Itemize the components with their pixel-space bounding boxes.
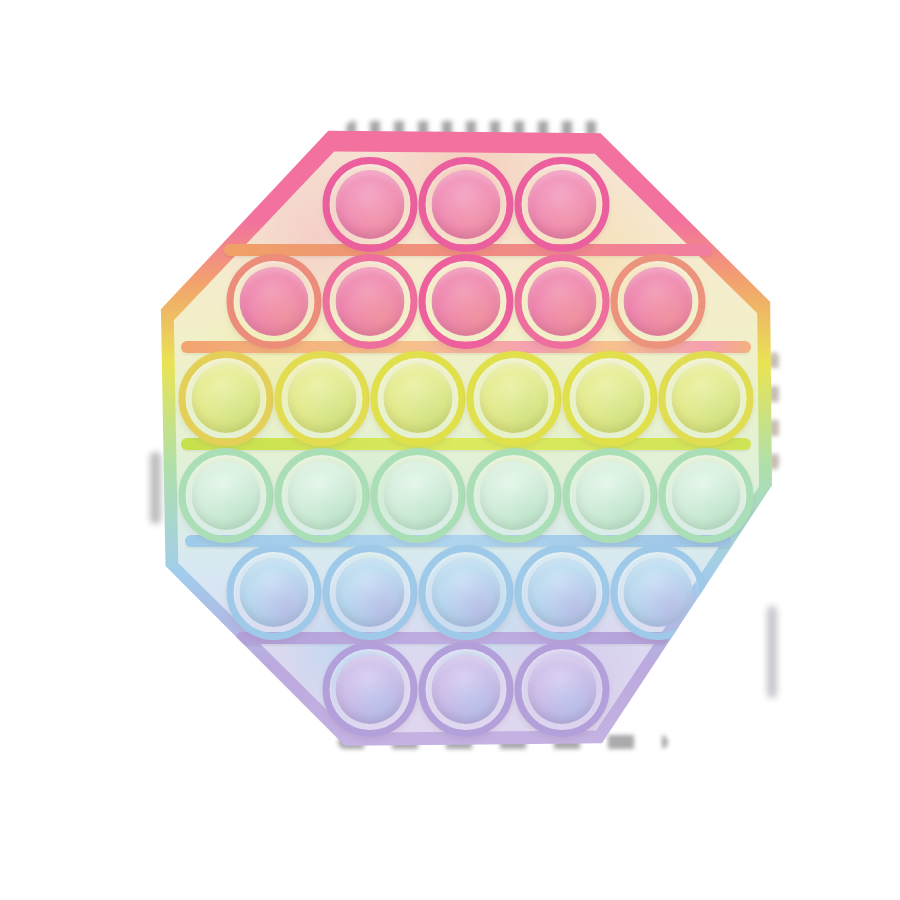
bubble-dome-r5-c4 <box>528 558 597 627</box>
bubble-dome-r4-c5 <box>576 461 645 530</box>
bubble-r5-c4[interactable] <box>515 545 610 640</box>
bubble-r5-c2[interactable] <box>323 545 418 640</box>
bubble-r2-c3[interactable] <box>419 254 514 349</box>
row-2-pink-coral <box>227 254 706 349</box>
bubble-r6-c1[interactable] <box>323 642 418 737</box>
bubble-dome-r6-c2 <box>432 655 501 724</box>
bubble-dome-r4-c3 <box>384 461 453 530</box>
bubble-dome-r4-c6 <box>672 461 741 530</box>
bubble-r1-c3[interactable] <box>515 157 610 252</box>
bubble-dome-r2-c5 <box>624 267 693 336</box>
bubble-r5-c5[interactable] <box>611 545 706 640</box>
back-shell-mark-left <box>150 452 161 524</box>
bubble-dome-r3-c3 <box>384 364 453 433</box>
bubble-r5-c1[interactable] <box>227 545 322 640</box>
row-1-pink <box>323 157 610 252</box>
bubble-dome-r5-c3 <box>432 558 501 627</box>
bubble-dome-r6-c1 <box>336 655 405 724</box>
bubble-r4-c5[interactable] <box>563 448 658 543</box>
bubble-r2-c5[interactable] <box>611 254 706 349</box>
photo-canvas <box>0 0 900 900</box>
bubble-dome-r3-c1 <box>192 364 261 433</box>
bubble-dome-r4-c2 <box>288 461 357 530</box>
bubble-r1-c1[interactable] <box>323 157 418 252</box>
bubble-dome-r2-c3 <box>432 267 501 336</box>
bubble-r3-c2[interactable] <box>275 351 370 446</box>
bubble-dome-r1-c1 <box>336 170 405 239</box>
pop-it-frame <box>160 127 772 747</box>
bubble-r2-c1[interactable] <box>227 254 322 349</box>
bubble-dome-r3-c4 <box>480 364 549 433</box>
bubble-dome-r4-c4 <box>480 461 549 530</box>
bubble-dome-r5-c5 <box>624 558 693 627</box>
bubble-r4-c2[interactable] <box>275 448 370 543</box>
bubble-dome-r3-c5 <box>576 364 645 433</box>
bubble-dome-r2-c2 <box>336 267 405 336</box>
bubble-r3-c3[interactable] <box>371 351 466 446</box>
bubble-dome-r2-c4 <box>528 267 597 336</box>
bubble-r2-c2[interactable] <box>323 254 418 349</box>
bubble-dome-r2-c1 <box>240 267 309 336</box>
bubble-dome-r5-c1 <box>240 558 309 627</box>
bubble-dome-r1-c3 <box>528 170 597 239</box>
bubble-r6-c2[interactable] <box>419 642 514 737</box>
row-5-blue <box>227 545 706 640</box>
bubble-r3-c1[interactable] <box>179 351 274 446</box>
bubble-dome-r6-c3 <box>528 655 597 724</box>
row-4-mint <box>179 448 754 543</box>
bubble-r6-c3[interactable] <box>515 642 610 737</box>
bubble-r4-c3[interactable] <box>371 448 466 543</box>
bubble-dome-r1-c2 <box>432 170 501 239</box>
bubble-r3-c5[interactable] <box>563 351 658 446</box>
row-3-yellow <box>179 351 754 446</box>
bubble-r1-c2[interactable] <box>419 157 514 252</box>
bubble-dome-r3-c6 <box>672 364 741 433</box>
bubble-dome-r3-c2 <box>288 364 357 433</box>
bubble-dome-r5-c2 <box>336 558 405 627</box>
bubble-r4-c1[interactable] <box>179 448 274 543</box>
bubble-r4-c6[interactable] <box>659 448 754 543</box>
bubble-r5-c3[interactable] <box>419 545 514 640</box>
row-6-lavender <box>323 642 610 737</box>
bubble-r3-c4[interactable] <box>467 351 562 446</box>
bubble-r3-c6[interactable] <box>659 351 754 446</box>
bubble-r4-c4[interactable] <box>467 448 562 543</box>
bubble-r2-c4[interactable] <box>515 254 610 349</box>
bubble-dome-r4-c1 <box>192 461 261 530</box>
back-shell-mark-right-lower <box>767 606 777 698</box>
